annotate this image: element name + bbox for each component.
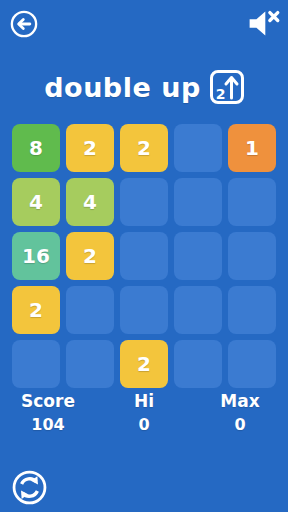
tile-2: 2 bbox=[66, 232, 114, 280]
tile-16: 16 bbox=[12, 232, 60, 280]
empty-cell bbox=[120, 232, 168, 280]
tile-8: 8 bbox=[12, 124, 60, 172]
board[interactable]: 82214416222 bbox=[12, 124, 276, 388]
speaker-muted-icon bbox=[247, 8, 281, 39]
empty-cell bbox=[174, 340, 222, 388]
tile-1: 1 bbox=[228, 124, 276, 172]
empty-cell bbox=[174, 124, 222, 172]
empty-cell bbox=[228, 286, 276, 334]
empty-cell bbox=[228, 232, 276, 280]
empty-cell bbox=[66, 286, 114, 334]
score-column: Score 104 bbox=[0, 391, 96, 434]
tile-2: 2 bbox=[66, 124, 114, 172]
empty-cell bbox=[120, 286, 168, 334]
max-label: Max bbox=[192, 391, 288, 411]
hi-label: Hi bbox=[96, 391, 192, 411]
empty-cell bbox=[12, 340, 60, 388]
arrow-left-circle-icon bbox=[10, 10, 38, 38]
empty-cell bbox=[174, 232, 222, 280]
score-value: 104 bbox=[0, 415, 96, 434]
empty-cell bbox=[228, 178, 276, 226]
tile-4: 4 bbox=[12, 178, 60, 226]
empty-cell bbox=[174, 286, 222, 334]
up-arrow-icon bbox=[214, 74, 240, 100]
hi-value: 0 bbox=[96, 415, 192, 434]
restart-button[interactable] bbox=[12, 470, 47, 505]
scorebar: Score 104 Hi 0 Max 0 bbox=[0, 391, 288, 434]
empty-cell bbox=[228, 340, 276, 388]
tile-2: 2 bbox=[12, 286, 60, 334]
tile-4: 4 bbox=[66, 178, 114, 226]
empty-cell bbox=[120, 178, 168, 226]
max-value: 0 bbox=[192, 415, 288, 434]
empty-cell bbox=[174, 178, 222, 226]
max-column: Max 0 bbox=[192, 391, 288, 434]
game-title: double up bbox=[44, 72, 200, 103]
tile-2: 2 bbox=[120, 340, 168, 388]
empty-cell bbox=[66, 340, 114, 388]
score-label: Score bbox=[0, 391, 96, 411]
game-screen: double up 2 82214416222 Score 104 Hi 0 M… bbox=[0, 0, 288, 512]
back-button[interactable] bbox=[10, 10, 38, 38]
hi-column: Hi 0 bbox=[96, 391, 192, 434]
sound-mute-button[interactable] bbox=[247, 8, 281, 39]
refresh-icon bbox=[12, 470, 47, 505]
tile-2: 2 bbox=[120, 124, 168, 172]
title-row: double up 2 bbox=[0, 70, 288, 104]
game-logo: 2 bbox=[210, 70, 244, 104]
